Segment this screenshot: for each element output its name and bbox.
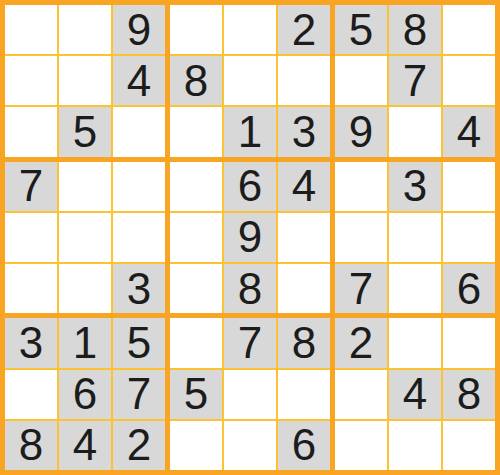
cell-r2c2-empty[interactable] (59, 56, 111, 105)
cell-r4c9-empty[interactable] (443, 162, 495, 211)
cell-r9c7-empty[interactable] (335, 421, 387, 470)
cell-r5c9-empty[interactable] (443, 213, 495, 262)
cell-r3c1-empty[interactable] (5, 107, 57, 156)
cell-r9c3-given: 2 (113, 421, 165, 470)
cell-r4c4-empty[interactable] (170, 162, 222, 211)
cell-r1c6-given: 2 (278, 5, 330, 54)
cell-r3c6-given: 3 (278, 107, 330, 156)
cell-r7c1-given: 3 (5, 318, 57, 367)
cell-r5c7-empty[interactable] (335, 213, 387, 262)
box-1-3: 58794 (335, 5, 495, 157)
cell-r6c7-given: 7 (335, 264, 387, 313)
box-3-1: 31567842 (5, 318, 165, 470)
cell-r8c2-given: 6 (59, 370, 111, 419)
cell-r8c1-empty[interactable] (5, 370, 57, 419)
cell-r9c5-empty[interactable] (224, 421, 276, 470)
cell-r9c1-given: 8 (5, 421, 57, 470)
cell-r3c2-given: 5 (59, 107, 111, 156)
cell-r4c6-given: 4 (278, 162, 330, 211)
cell-r9c4-empty[interactable] (170, 421, 222, 470)
cell-r5c1-empty[interactable] (5, 213, 57, 262)
cell-r8c4-given: 5 (170, 370, 222, 419)
cell-r6c5-given: 8 (224, 264, 276, 313)
box-1-1: 945 (5, 5, 165, 157)
cell-r3c5-given: 1 (224, 107, 276, 156)
cell-r5c5-given: 9 (224, 213, 276, 262)
cell-r7c6-given: 8 (278, 318, 330, 367)
cell-r3c3-empty[interactable] (113, 107, 165, 156)
cell-r3c9-given: 4 (443, 107, 495, 156)
cell-r1c8-given: 8 (389, 5, 441, 54)
cell-r5c3-empty[interactable] (113, 213, 165, 262)
cell-r6c8-empty[interactable] (389, 264, 441, 313)
cell-r9c8-empty[interactable] (389, 421, 441, 470)
cell-r3c7-given: 9 (335, 107, 387, 156)
box-1-2: 2813 (170, 5, 330, 157)
cell-r6c9-given: 6 (443, 264, 495, 313)
cell-r4c7-empty[interactable] (335, 162, 387, 211)
box-2-3: 376 (335, 162, 495, 314)
cell-r1c4-empty[interactable] (170, 5, 222, 54)
cell-r6c4-empty[interactable] (170, 264, 222, 313)
cell-r2c6-empty[interactable] (278, 56, 330, 105)
cell-r8c6-empty[interactable] (278, 370, 330, 419)
cell-r4c3-empty[interactable] (113, 162, 165, 211)
cell-r1c2-empty[interactable] (59, 5, 111, 54)
cell-r1c7-given: 5 (335, 5, 387, 54)
box-3-2: 7856 (170, 318, 330, 470)
cell-r2c5-empty[interactable] (224, 56, 276, 105)
cell-r5c4-empty[interactable] (170, 213, 222, 262)
cell-r4c2-empty[interactable] (59, 162, 111, 211)
cell-r2c7-empty[interactable] (335, 56, 387, 105)
cell-r7c5-given: 7 (224, 318, 276, 367)
cell-r1c9-empty[interactable] (443, 5, 495, 54)
cell-r6c1-empty[interactable] (5, 264, 57, 313)
cell-r6c2-empty[interactable] (59, 264, 111, 313)
cell-r9c2-given: 4 (59, 421, 111, 470)
cell-r9c6-given: 6 (278, 421, 330, 470)
cell-r8c9-given: 8 (443, 370, 495, 419)
box-2-1: 73 (5, 162, 165, 314)
cell-r4c5-given: 6 (224, 162, 276, 211)
cell-r6c3-given: 3 (113, 264, 165, 313)
cell-r3c8-empty[interactable] (389, 107, 441, 156)
cell-r8c7-empty[interactable] (335, 370, 387, 419)
cell-r7c7-given: 2 (335, 318, 387, 367)
cell-r2c8-given: 7 (389, 56, 441, 105)
cell-r4c1-given: 7 (5, 162, 57, 211)
cell-r7c3-given: 5 (113, 318, 165, 367)
cell-r9c9-empty[interactable] (443, 421, 495, 470)
cell-r2c9-empty[interactable] (443, 56, 495, 105)
cell-r4c8-given: 3 (389, 162, 441, 211)
cell-r6c6-empty[interactable] (278, 264, 330, 313)
cell-r1c5-empty[interactable] (224, 5, 276, 54)
box-3-3: 248 (335, 318, 495, 470)
cell-r8c8-given: 4 (389, 370, 441, 419)
cell-r1c1-empty[interactable] (5, 5, 57, 54)
sudoku-board: 945281358794736498376315678427856248 (0, 0, 500, 475)
cell-r3c4-empty[interactable] (170, 107, 222, 156)
cell-r2c1-empty[interactable] (5, 56, 57, 105)
cell-r7c9-empty[interactable] (443, 318, 495, 367)
cell-r7c4-empty[interactable] (170, 318, 222, 367)
cell-r8c5-empty[interactable] (224, 370, 276, 419)
cell-r7c2-given: 1 (59, 318, 111, 367)
box-2-2: 6498 (170, 162, 330, 314)
cell-r5c8-empty[interactable] (389, 213, 441, 262)
cell-r5c6-empty[interactable] (278, 213, 330, 262)
cell-r5c2-empty[interactable] (59, 213, 111, 262)
cell-r7c8-empty[interactable] (389, 318, 441, 367)
cell-r2c4-given: 8 (170, 56, 222, 105)
cell-r1c3-given: 9 (113, 5, 165, 54)
cell-r8c3-given: 7 (113, 370, 165, 419)
cell-r2c3-given: 4 (113, 56, 165, 105)
